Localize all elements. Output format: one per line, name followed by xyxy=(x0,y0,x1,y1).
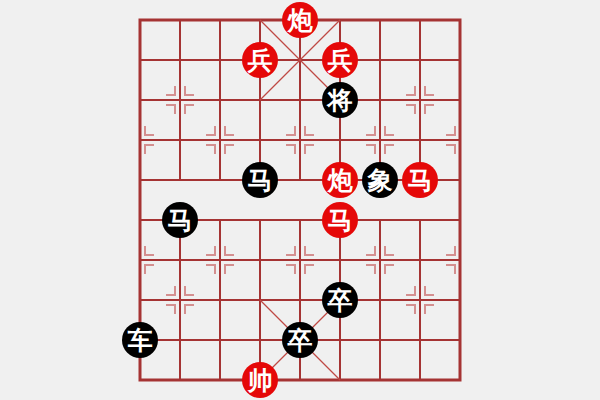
piece-black-horse[interactable]: 马 xyxy=(242,162,278,198)
piece-black-elephant[interactable]: 象 xyxy=(362,162,398,198)
xiangqi-app: 炮兵兵将马炮象马马马卒车卒帅 xyxy=(0,0,600,400)
piece-red-cannon[interactable]: 炮 xyxy=(282,2,318,38)
piece-red-soldier[interactable]: 兵 xyxy=(322,42,358,78)
piece-red-horse[interactable]: 马 xyxy=(322,202,358,238)
piece-red-cannon[interactable]: 炮 xyxy=(322,162,358,198)
piece-black-chariot[interactable]: 车 xyxy=(122,322,158,358)
piece-black-soldier[interactable]: 卒 xyxy=(282,322,318,358)
piece-red-general[interactable]: 帅 xyxy=(242,362,278,398)
piece-black-horse[interactable]: 马 xyxy=(162,202,198,238)
xiangqi-board: 炮兵兵将马炮象马马马卒车卒帅 xyxy=(120,0,480,400)
piece-red-horse[interactable]: 马 xyxy=(402,162,438,198)
piece-red-soldier[interactable]: 兵 xyxy=(242,42,278,78)
piece-black-general[interactable]: 将 xyxy=(322,82,358,118)
piece-black-soldier[interactable]: 卒 xyxy=(322,282,358,318)
